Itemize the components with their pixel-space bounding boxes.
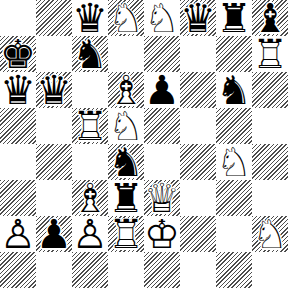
square-g5[interactable]: [216, 108, 252, 144]
black-pawn: ♟: [144, 72, 180, 108]
square-d4[interactable]: ♞: [108, 144, 144, 180]
square-a4[interactable]: [0, 144, 36, 180]
square-a6[interactable]: ♛: [0, 72, 36, 108]
white-piece-outline-layer: ♘: [108, 108, 144, 144]
square-h7[interactable]: ♜♖: [252, 36, 288, 72]
white-knight: ♞♘: [108, 108, 144, 144]
black-knight: ♞: [72, 36, 108, 72]
chess-board: ♛♞♘♞♘♛♜♝♚♞♜♖♛♛♝♗♟♞♜♖♞♘♞♞♘♝♗♜♛♕♟♙♟♟♙♜♖♚♔♞…: [0, 0, 288, 288]
black-rook: ♜: [216, 0, 252, 36]
square-e8[interactable]: ♞♘: [144, 0, 180, 36]
square-b2[interactable]: ♟: [36, 216, 72, 252]
square-c7[interactable]: ♞: [72, 36, 108, 72]
square-f3[interactable]: [180, 180, 216, 216]
square-e2[interactable]: ♚♔: [144, 216, 180, 252]
square-g3[interactable]: [216, 180, 252, 216]
square-e1[interactable]: [144, 252, 180, 288]
white-piece-outline-layer: ♘: [216, 144, 252, 180]
white-piece-outline-layer: ♖: [108, 216, 144, 252]
white-rook: ♜♖: [72, 108, 108, 144]
square-d6[interactable]: ♝♗: [108, 72, 144, 108]
square-h2[interactable]: ♞♘: [252, 216, 288, 252]
square-a7[interactable]: ♚: [0, 36, 36, 72]
black-piece-layer: ♟: [144, 72, 180, 108]
white-bishop: ♝♗: [108, 72, 144, 108]
square-d2[interactable]: ♜♖: [108, 216, 144, 252]
black-king: ♚: [0, 36, 36, 72]
square-a2[interactable]: ♟♙: [0, 216, 36, 252]
square-c3[interactable]: ♝♗: [72, 180, 108, 216]
square-f6[interactable]: [180, 72, 216, 108]
square-h5[interactable]: [252, 108, 288, 144]
square-d7[interactable]: [108, 36, 144, 72]
white-piece-fill-layer: ♝: [108, 72, 144, 108]
white-piece-fill-layer: ♞: [144, 0, 180, 36]
square-d1[interactable]: [108, 252, 144, 288]
white-queen: ♛♕: [144, 180, 180, 216]
white-piece-outline-layer: ♖: [72, 108, 108, 144]
square-c1[interactable]: [72, 252, 108, 288]
square-g8[interactable]: ♜: [216, 0, 252, 36]
white-piece-fill-layer: ♞: [216, 144, 252, 180]
square-e3[interactable]: ♛♕: [144, 180, 180, 216]
white-piece-outline-layer: ♘: [108, 0, 144, 36]
white-pawn: ♟♙: [0, 216, 36, 252]
white-piece-fill-layer: ♜: [252, 36, 288, 72]
square-g6[interactable]: ♞: [216, 72, 252, 108]
square-b8[interactable]: [36, 0, 72, 36]
square-a1[interactable]: [0, 252, 36, 288]
white-knight: ♞♘: [252, 216, 288, 252]
black-knight: ♞: [108, 144, 144, 180]
square-b1[interactable]: [36, 252, 72, 288]
square-g2[interactable]: [216, 216, 252, 252]
square-b4[interactable]: [36, 144, 72, 180]
square-d8[interactable]: ♞♘: [108, 0, 144, 36]
white-piece-outline-layer: ♖: [252, 36, 288, 72]
square-a5[interactable]: [0, 108, 36, 144]
white-piece-outline-layer: ♗: [72, 180, 108, 216]
white-piece-outline-layer: ♙: [72, 216, 108, 252]
white-piece-outline-layer: ♘: [252, 216, 288, 252]
square-f5[interactable]: [180, 108, 216, 144]
square-c2[interactable]: ♟♙: [72, 216, 108, 252]
white-pawn: ♟♙: [72, 216, 108, 252]
white-piece-fill-layer: ♛: [144, 180, 180, 216]
square-h6[interactable]: [252, 72, 288, 108]
square-d5[interactable]: ♞♘: [108, 108, 144, 144]
white-knight: ♞♘: [144, 0, 180, 36]
white-piece-fill-layer: ♜: [108, 216, 144, 252]
square-e6[interactable]: ♟: [144, 72, 180, 108]
square-b3[interactable]: [36, 180, 72, 216]
black-queen: ♛: [180, 0, 216, 36]
white-bishop: ♝♗: [72, 180, 108, 216]
square-h4[interactable]: [252, 144, 288, 180]
square-c4[interactable]: [72, 144, 108, 180]
square-c6[interactable]: [72, 72, 108, 108]
square-f1[interactable]: [180, 252, 216, 288]
white-piece-outline-layer: ♘: [144, 0, 180, 36]
black-piece-layer: ♞: [108, 144, 144, 180]
white-rook: ♜♖: [252, 36, 288, 72]
white-piece-fill-layer: ♜: [72, 108, 108, 144]
black-piece-layer: ♞: [216, 72, 252, 108]
white-knight: ♞♘: [108, 0, 144, 36]
black-bishop: ♝: [252, 0, 288, 36]
black-rook: ♜: [108, 180, 144, 216]
square-h1[interactable]: [252, 252, 288, 288]
white-piece-fill-layer: ♞: [108, 0, 144, 36]
square-f4[interactable]: [180, 144, 216, 180]
black-queen: ♛: [36, 72, 72, 108]
square-d3[interactable]: ♜: [108, 180, 144, 216]
square-c5[interactable]: ♜♖: [72, 108, 108, 144]
white-piece-fill-layer: ♞: [252, 216, 288, 252]
square-e4[interactable]: [144, 144, 180, 180]
square-b6[interactable]: ♛: [36, 72, 72, 108]
square-e5[interactable]: [144, 108, 180, 144]
square-e7[interactable]: [144, 36, 180, 72]
black-piece-layer: ♚: [0, 36, 36, 72]
square-f7[interactable]: [180, 36, 216, 72]
black-piece-layer: ♛: [0, 72, 36, 108]
white-rook: ♜♖: [108, 216, 144, 252]
square-f8[interactable]: ♛: [180, 0, 216, 36]
square-f2[interactable]: [180, 216, 216, 252]
square-h3[interactable]: [252, 180, 288, 216]
white-piece-outline-layer: ♙: [0, 216, 36, 252]
black-piece-layer: ♜: [108, 180, 144, 216]
black-queen: ♛: [72, 0, 108, 36]
white-piece-outline-layer: ♗: [108, 72, 144, 108]
black-piece-layer: ♞: [72, 36, 108, 72]
square-c8[interactable]: ♛: [72, 0, 108, 36]
square-b7[interactable]: [36, 36, 72, 72]
square-a8[interactable]: [0, 0, 36, 36]
white-piece-outline-layer: ♕: [144, 180, 180, 216]
black-piece-layer: ♟: [36, 216, 72, 252]
square-g4[interactable]: ♞♘: [216, 144, 252, 180]
black-piece-layer: ♜: [216, 0, 252, 36]
black-pawn: ♟: [36, 216, 72, 252]
white-piece-fill-layer: ♟: [72, 216, 108, 252]
black-piece-layer: ♛: [72, 0, 108, 36]
white-piece-fill-layer: ♚: [144, 216, 180, 252]
black-knight: ♞: [216, 72, 252, 108]
black-queen: ♛: [0, 72, 36, 108]
black-piece-layer: ♛: [180, 0, 216, 36]
black-piece-layer: ♝: [252, 0, 288, 36]
white-knight: ♞♘: [216, 144, 252, 180]
square-h8[interactable]: ♝: [252, 0, 288, 36]
white-piece-fill-layer: ♞: [108, 108, 144, 144]
square-g1[interactable]: [216, 252, 252, 288]
white-piece-outline-layer: ♔: [144, 216, 180, 252]
white-piece-fill-layer: ♟: [0, 216, 36, 252]
white-king: ♚♔: [144, 216, 180, 252]
square-a3[interactable]: [0, 180, 36, 216]
square-g7[interactable]: [216, 36, 252, 72]
square-b5[interactable]: [36, 108, 72, 144]
white-piece-fill-layer: ♝: [72, 180, 108, 216]
black-piece-layer: ♛: [36, 72, 72, 108]
